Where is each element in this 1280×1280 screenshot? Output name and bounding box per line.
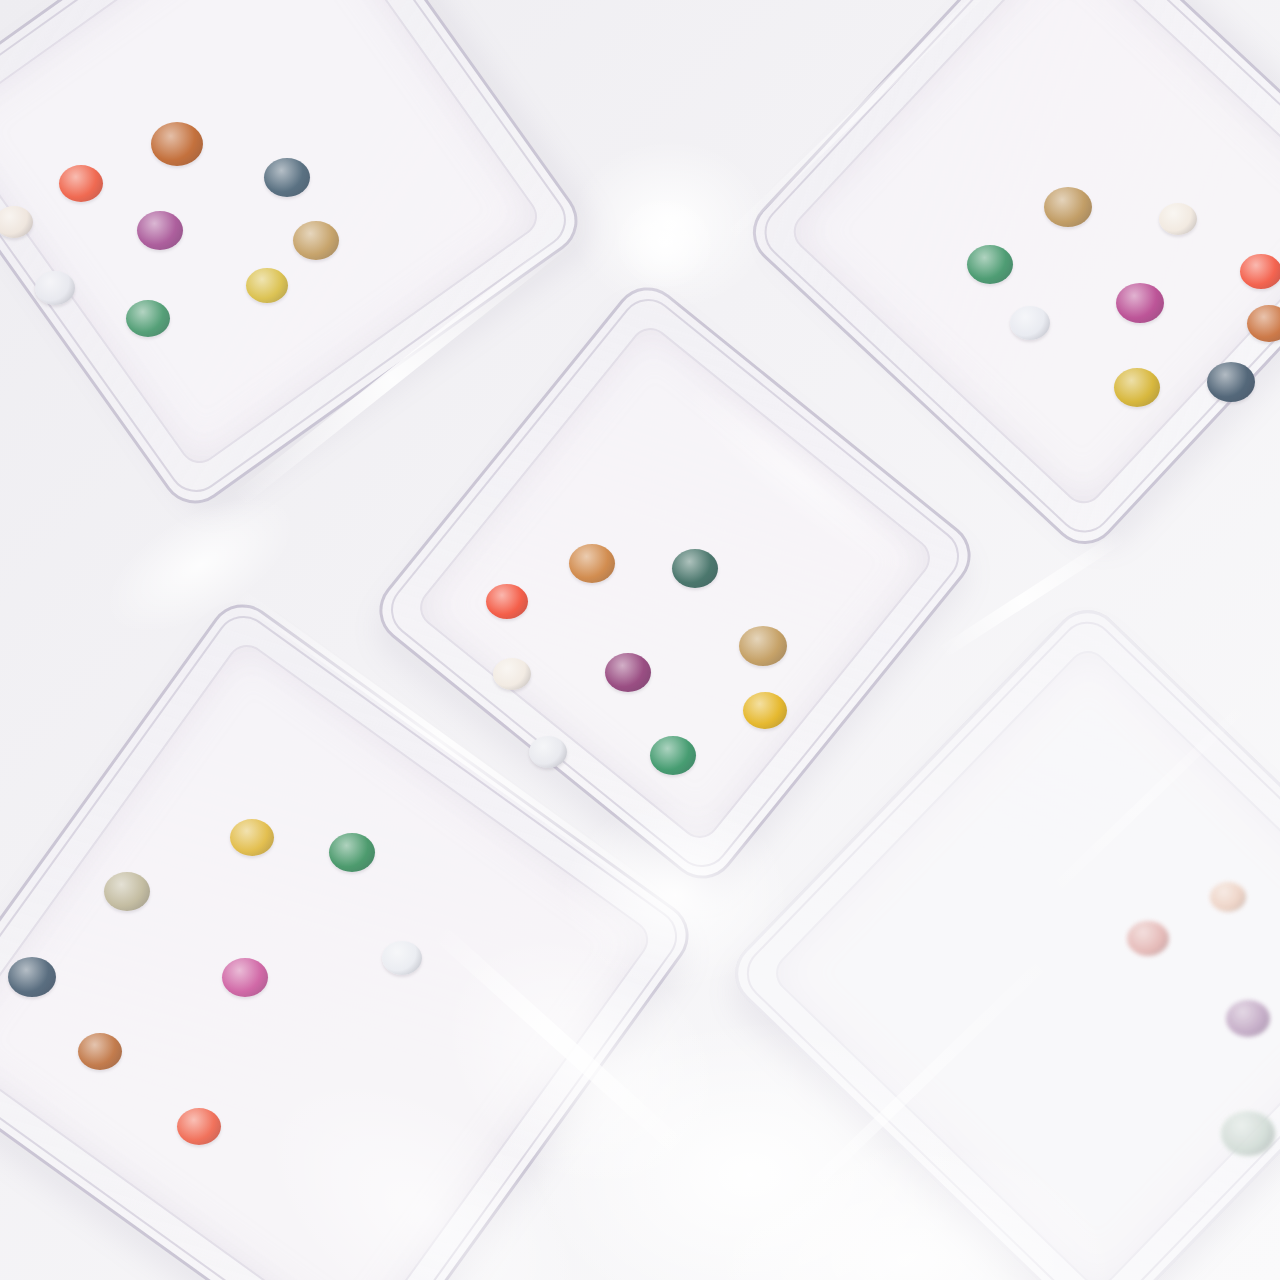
top-right-gem-pearl (1159, 203, 1197, 235)
top-left-gem-cats-eye (293, 221, 339, 260)
bottom-right-gem-peach-gem (1210, 882, 1246, 912)
top-right-gem-diamond (1010, 306, 1050, 340)
top-right-gem-ruby (1116, 283, 1164, 323)
bottom-left-gem-diamond (382, 941, 422, 975)
center-gem-yellow-sapphire (743, 692, 787, 729)
bottom-left-gem-blue-sapphire (8, 957, 56, 997)
top-left-gem-pearl (0, 206, 33, 238)
top-right-gem-emerald (967, 245, 1013, 284)
bottom-right-gem-purple-gem (1226, 1000, 1270, 1037)
center-gem-pearl (493, 658, 531, 690)
center-gem-blue-sapphire (672, 549, 718, 588)
top-left-gem-yellow-sapphire (246, 268, 288, 303)
center-gem-ruby (605, 653, 651, 692)
bottom-left-gem-ruby (222, 958, 268, 997)
top-left-gem-ruby (137, 211, 183, 250)
gem-boxes-photo (0, 0, 1280, 1280)
top-right-gem-blue-sapphire (1207, 362, 1255, 402)
top-left-gem-red-coral (59, 165, 103, 202)
bottom-left-gem-hessonite (78, 1033, 122, 1070)
bottom-right-gem-teal-gem (1221, 1111, 1275, 1156)
center-gem-red-coral (486, 584, 528, 619)
bottom-left-gem-emerald (329, 833, 375, 872)
top-left-gem-hessonite (151, 122, 203, 166)
top-left-gem-emerald (126, 300, 170, 337)
center-gem-cats-eye (739, 626, 787, 666)
center-gem-diamond (529, 736, 567, 768)
top-right-gem-cats-eye (1044, 187, 1092, 227)
bottom-left-gem-cats-eye (104, 872, 150, 911)
gems-layer (0, 0, 1280, 1280)
top-right-gem-hessonite (1247, 305, 1280, 342)
top-left-gem-blue-sapphire (264, 158, 310, 197)
center-gem-hessonite (569, 544, 615, 583)
bottom-left-gem-red-coral (177, 1108, 221, 1145)
bottom-left-gem-yellow-sapphire (230, 819, 274, 856)
bottom-right-gem-pink-gem (1127, 921, 1169, 956)
top-left-gem-diamond (35, 271, 75, 305)
top-right-gem-yellow-sapphire (1114, 368, 1160, 407)
center-gem-emerald (650, 736, 696, 775)
top-right-gem-red-coral (1240, 254, 1280, 289)
